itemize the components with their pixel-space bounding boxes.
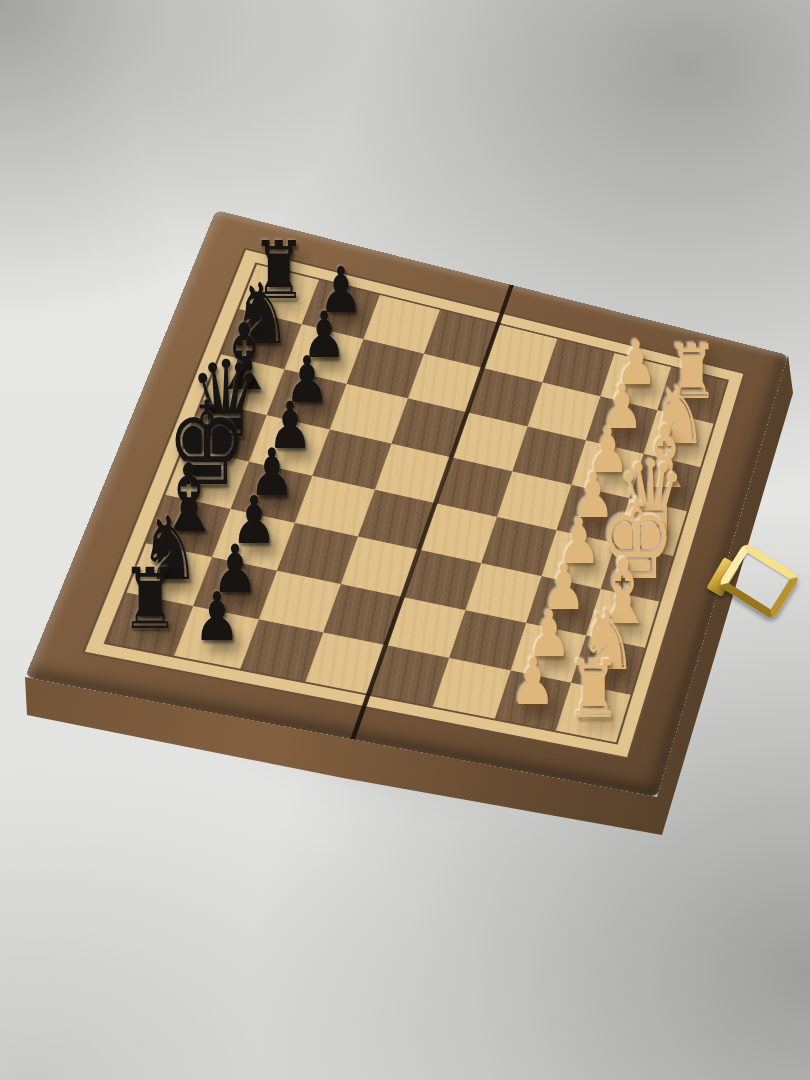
photo-scene: ♜♞♝♛♚♝♞♜♟♟♟♟♟♟♟♟♟♟♟♟♟♟♟♟♜♞♝♛♚♝♞♜ bbox=[0, 0, 810, 1080]
clasp-loop-icon bbox=[717, 541, 801, 620]
chess-piece-black-rook[interactable]: ♜ bbox=[121, 558, 179, 642]
chess-piece-white-rook[interactable]: ♜ bbox=[566, 650, 621, 729]
chess-piece-black-pawn[interactable]: ♟ bbox=[194, 584, 240, 651]
brass-clasp bbox=[712, 549, 798, 621]
chess-piece-white-pawn[interactable]: ♟ bbox=[511, 650, 556, 714]
